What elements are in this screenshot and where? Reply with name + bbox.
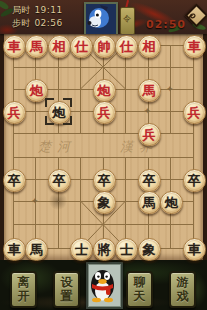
piece-red-soldier[interactable]: 兵 bbox=[183, 101, 206, 124]
piece-black-advisor[interactable]: 士 bbox=[115, 238, 138, 261]
game-time-value: 19:11 bbox=[34, 5, 62, 15]
bottom-action-bar: 离 开 设 置 聊 天 bbox=[0, 260, 207, 310]
piece-red-horse[interactable]: 馬 bbox=[138, 79, 161, 102]
piece-red-chariot[interactable]: 車 bbox=[3, 35, 26, 58]
games-button[interactable]: 游 戏 bbox=[169, 271, 196, 308]
pendant-tag-icon[interactable]: 令 bbox=[120, 7, 135, 34]
game-time: 局时 19:11 bbox=[12, 4, 63, 17]
piece-red-soldier[interactable]: 兵 bbox=[3, 101, 26, 124]
move-time: 步时 02:56 bbox=[12, 17, 63, 30]
xiangqi-game-screen: 楚河 漢界 ✦✦✦車馬相仕帥仕相車炮炮馬兵兵兵兵炮卒卒卒卒卒象馬炮車馬士將士象車… bbox=[0, 0, 207, 310]
river-text-left: 楚河 bbox=[38, 138, 76, 156]
piece-black-chariot[interactable]: 車 bbox=[3, 238, 26, 261]
piece-black-soldier[interactable]: 卒 bbox=[138, 169, 161, 192]
move-time-value: 02:56 bbox=[34, 18, 62, 28]
piece-black-horse[interactable]: 馬 bbox=[138, 191, 161, 214]
game-time-label: 局时 bbox=[12, 5, 31, 15]
opponent-time: 02:50 bbox=[146, 18, 186, 31]
tag-char: 令 bbox=[123, 13, 131, 24]
piece-black-advisor[interactable]: 士 bbox=[70, 238, 93, 261]
leave-button-label: 离 bbox=[18, 276, 30, 290]
piece-red-advisor[interactable]: 仕 bbox=[115, 35, 138, 58]
top-status-bar: 局时 19:11 步时 02:56 令 02:50 bbox=[0, 0, 207, 34]
piece-red-general[interactable]: 帥 bbox=[93, 35, 116, 58]
piece-red-horse[interactable]: 馬 bbox=[25, 35, 48, 58]
point-marker: ✦ bbox=[31, 197, 39, 206]
point-marker: ✦ bbox=[166, 85, 174, 94]
piece-black-elephant[interactable]: 象 bbox=[138, 238, 161, 261]
piece-black-soldier[interactable]: 卒 bbox=[93, 169, 116, 192]
games-button-label: 戏 bbox=[177, 290, 189, 304]
piece-red-cannon[interactable]: 炮 bbox=[93, 79, 116, 102]
tile-glyph bbox=[188, 12, 197, 21]
piece-black-general[interactable]: 將 bbox=[93, 238, 116, 261]
selected-piece-brackets bbox=[45, 98, 72, 125]
piece-red-elephant[interactable]: 相 bbox=[48, 35, 71, 58]
xiangqi-board[interactable] bbox=[4, 34, 203, 260]
games-button-label: 游 bbox=[177, 276, 189, 290]
leave-button-label: 开 bbox=[18, 290, 30, 304]
piece-black-elephant[interactable]: 象 bbox=[93, 191, 116, 214]
qq-penguin-avatar-icon bbox=[88, 264, 117, 303]
last-move-origin-marker bbox=[49, 192, 67, 210]
piece-black-cannon[interactable]: 炮 bbox=[160, 191, 183, 214]
settings-button-label: 设 bbox=[61, 276, 73, 290]
piece-black-soldier[interactable]: 卒 bbox=[3, 169, 26, 192]
chat-button-label: 聊 bbox=[134, 276, 146, 290]
settings-button-label: 置 bbox=[61, 290, 73, 304]
chat-button-label: 天 bbox=[134, 290, 146, 304]
point-marker: ✦ bbox=[144, 107, 152, 116]
piece-black-soldier[interactable]: 卒 bbox=[183, 169, 206, 192]
chess-tile-icon[interactable] bbox=[184, 3, 207, 27]
move-time-label: 步时 bbox=[12, 18, 31, 28]
player-avatar[interactable] bbox=[86, 262, 123, 309]
piece-red-soldier[interactable]: 兵 bbox=[93, 101, 116, 124]
blue-fox-avatar-icon bbox=[86, 4, 112, 30]
piece-black-soldier[interactable]: 卒 bbox=[48, 169, 71, 192]
piece-black-chariot[interactable]: 車 bbox=[183, 238, 206, 261]
piece-red-soldier[interactable]: 兵 bbox=[138, 123, 161, 146]
piece-red-chariot[interactable]: 車 bbox=[183, 35, 206, 58]
piece-red-elephant[interactable]: 相 bbox=[138, 35, 161, 58]
opponent-avatar[interactable] bbox=[84, 2, 118, 34]
leave-button[interactable]: 离 开 bbox=[10, 271, 37, 308]
settings-button[interactable]: 设 置 bbox=[53, 271, 80, 308]
chat-button[interactable]: 聊 天 bbox=[126, 271, 153, 308]
piece-red-advisor[interactable]: 仕 bbox=[70, 35, 93, 58]
piece-black-horse[interactable]: 馬 bbox=[25, 238, 48, 261]
